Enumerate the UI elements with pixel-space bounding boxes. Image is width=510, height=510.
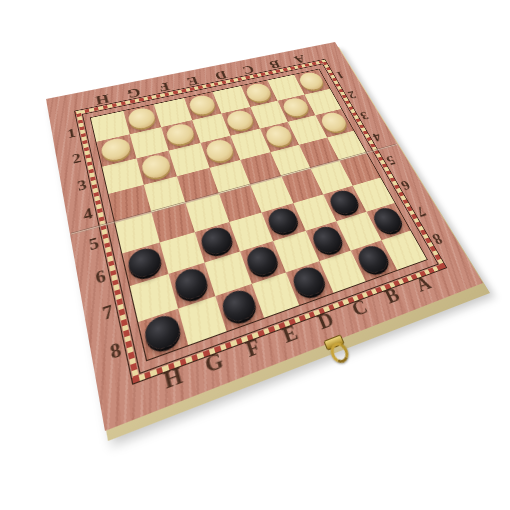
product-photo-scene: HGFEDCBA HGFEDCBA 12345678 12345678 — [0, 0, 510, 510]
